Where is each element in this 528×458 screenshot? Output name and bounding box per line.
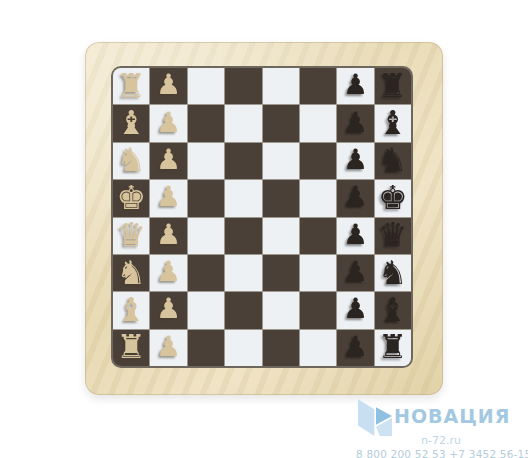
black-rook-h8[interactable]: ♜ [378, 69, 408, 102]
square-a2[interactable]: ♝ [113, 292, 149, 328]
white-pawn-b2[interactable]: ♟ [156, 295, 181, 323]
white-knight-a6[interactable]: ♞ [116, 143, 146, 176]
square-b5[interactable]: ♟ [150, 180, 186, 216]
white-rook-a1[interactable]: ♜ [116, 330, 146, 363]
square-d8[interactable] [225, 68, 261, 104]
white-queen-a4[interactable]: ♛ [116, 218, 146, 251]
square-f2[interactable] [300, 292, 336, 328]
square-h3[interactable]: ♞ [375, 255, 411, 291]
brand-watermark: НОВАЦИЯ n-72.ru 8 800 200 52 53 +7 3452 … [358, 396, 528, 458]
square-f3[interactable] [300, 255, 336, 291]
square-a1[interactable]: ♜ [113, 330, 149, 366]
white-knight-a3[interactable]: ♞ [116, 256, 146, 289]
square-h5[interactable]: ♚ [375, 180, 411, 216]
square-a5[interactable]: ♚ [113, 180, 149, 216]
brand-name: НОВАЦИЯ [394, 405, 510, 427]
square-d6[interactable] [225, 143, 261, 179]
white-bishop-a2[interactable]: ♝ [116, 293, 146, 326]
black-pawn-g3[interactable]: ♟ [343, 258, 368, 286]
square-c1[interactable] [188, 330, 224, 366]
square-f5[interactable] [300, 180, 336, 216]
square-f1[interactable] [300, 330, 336, 366]
product-photo-demo-chessboard: ♜♟♟♜♝♟♟♝♞♟♟♞♚♟♟♚♛♟♟♛♞♟♟♞♝♟♟♝♜♟♟♜ НОВАЦИЯ… [0, 0, 528, 458]
square-h1[interactable]: ♜ [375, 330, 411, 366]
black-pawn-g4[interactable]: ♟ [343, 221, 368, 249]
square-g7[interactable]: ♟ [337, 105, 373, 141]
square-e2[interactable] [263, 292, 299, 328]
white-pawn-b4[interactable]: ♟ [156, 221, 181, 249]
square-c6[interactable] [188, 143, 224, 179]
black-bishop-h2[interactable]: ♝ [378, 293, 408, 326]
black-knight-h6[interactable]: ♞ [378, 143, 408, 176]
black-king-h5[interactable]: ♚ [378, 181, 408, 214]
square-d3[interactable] [225, 255, 261, 291]
playing-field: ♜♟♟♜♝♟♟♝♞♟♟♞♚♟♟♚♛♟♟♛♞♟♟♞♝♟♟♝♜♟♟♜ [111, 66, 413, 368]
black-pawn-g1[interactable]: ♟ [343, 333, 368, 361]
white-rook-a8[interactable]: ♜ [116, 69, 146, 102]
square-c3[interactable] [188, 255, 224, 291]
square-a7[interactable]: ♝ [113, 105, 149, 141]
square-d5[interactable] [225, 180, 261, 216]
brand-website: n-72.ru [406, 434, 476, 447]
white-bishop-a7[interactable]: ♝ [116, 106, 146, 139]
square-g4[interactable]: ♟ [337, 218, 373, 254]
square-d1[interactable] [225, 330, 261, 366]
black-queen-h4[interactable]: ♛ [378, 218, 408, 251]
square-g5[interactable]: ♟ [337, 180, 373, 216]
square-a8[interactable]: ♜ [113, 68, 149, 104]
square-e7[interactable] [263, 105, 299, 141]
square-g1[interactable]: ♟ [337, 330, 373, 366]
brand-phones: 8 800 200 52 53 +7 3452 56-15-26 [356, 448, 528, 458]
square-h6[interactable]: ♞ [375, 143, 411, 179]
square-b6[interactable]: ♟ [150, 143, 186, 179]
square-c7[interactable] [188, 105, 224, 141]
white-king-a5[interactable]: ♚ [116, 181, 146, 214]
square-b4[interactable]: ♟ [150, 218, 186, 254]
square-d4[interactable] [225, 218, 261, 254]
square-a6[interactable]: ♞ [113, 143, 149, 179]
square-e5[interactable] [263, 180, 299, 216]
square-h7[interactable]: ♝ [375, 105, 411, 141]
square-e8[interactable] [263, 68, 299, 104]
square-g8[interactable]: ♟ [337, 68, 373, 104]
square-g3[interactable]: ♟ [337, 255, 373, 291]
square-h2[interactable]: ♝ [375, 292, 411, 328]
black-pawn-g5[interactable]: ♟ [343, 183, 368, 211]
square-a3[interactable]: ♞ [113, 255, 149, 291]
square-f6[interactable] [300, 143, 336, 179]
square-h4[interactable]: ♛ [375, 218, 411, 254]
novatsiya-logo-icon [358, 396, 392, 436]
square-b2[interactable]: ♟ [150, 292, 186, 328]
square-e6[interactable] [263, 143, 299, 179]
black-pawn-g7[interactable]: ♟ [343, 109, 368, 137]
square-a4[interactable]: ♛ [113, 218, 149, 254]
square-b1[interactable]: ♟ [150, 330, 186, 366]
square-c2[interactable] [188, 292, 224, 328]
wooden-frame: ♜♟♟♜♝♟♟♝♞♟♟♞♚♟♟♚♛♟♟♛♞♟♟♞♝♟♟♝♜♟♟♜ [85, 42, 443, 395]
black-rook-h1[interactable]: ♜ [378, 330, 408, 363]
square-f8[interactable] [300, 68, 336, 104]
white-pawn-b1[interactable]: ♟ [156, 333, 181, 361]
black-knight-h3[interactable]: ♞ [378, 256, 408, 289]
white-pawn-b3[interactable]: ♟ [156, 258, 181, 286]
white-pawn-b5[interactable]: ♟ [156, 183, 181, 211]
black-bishop-h7[interactable]: ♝ [378, 106, 408, 139]
square-c8[interactable] [188, 68, 224, 104]
square-b8[interactable]: ♟ [150, 68, 186, 104]
black-pawn-g6[interactable]: ♟ [343, 146, 368, 174]
white-pawn-b7[interactable]: ♟ [156, 109, 181, 137]
square-d2[interactable] [225, 292, 261, 328]
black-pawn-g8[interactable]: ♟ [343, 71, 368, 99]
square-b7[interactable]: ♟ [150, 105, 186, 141]
square-e3[interactable] [263, 255, 299, 291]
square-f4[interactable] [300, 218, 336, 254]
square-g6[interactable]: ♟ [337, 143, 373, 179]
black-pawn-g2[interactable]: ♟ [343, 295, 368, 323]
white-pawn-b8[interactable]: ♟ [156, 71, 181, 99]
square-g2[interactable]: ♟ [337, 292, 373, 328]
chess-board: ♜♟♟♜♝♟♟♝♞♟♟♞♚♟♟♚♛♟♟♛♞♟♟♞♝♟♟♝♜♟♟♜ [113, 68, 411, 366]
square-h8[interactable]: ♜ [375, 68, 411, 104]
white-pawn-b6[interactable]: ♟ [156, 146, 181, 174]
square-c5[interactable] [188, 180, 224, 216]
square-b3[interactable]: ♟ [150, 255, 186, 291]
square-e1[interactable] [263, 330, 299, 366]
square-c4[interactable] [188, 218, 224, 254]
square-f7[interactable] [300, 105, 336, 141]
square-d7[interactable] [225, 105, 261, 141]
square-e4[interactable] [263, 218, 299, 254]
